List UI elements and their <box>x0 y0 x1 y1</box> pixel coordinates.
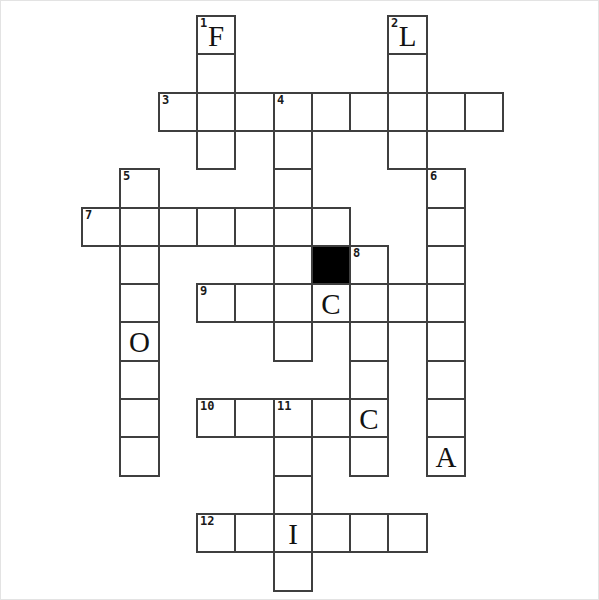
cell-r0c8[interactable]: 2L <box>387 15 428 55</box>
cell-r8c1[interactable]: O <box>119 321 160 362</box>
clue-number-9: 9 <box>200 285 207 299</box>
cell-r2c9[interactable] <box>426 92 466 132</box>
clue-number-3: 3 <box>162 94 169 108</box>
cell-r10c1[interactable] <box>119 398 160 438</box>
cell-r13c5[interactable]: I <box>273 513 313 553</box>
cell-r9c1[interactable] <box>119 360 160 400</box>
cell-r3c5[interactable] <box>273 130 313 170</box>
cell-r2c2[interactable]: 3 <box>158 92 198 132</box>
cell-r9c7[interactable] <box>349 360 389 400</box>
cell-r13c8[interactable] <box>387 513 428 553</box>
cell-r7c3[interactable]: 9 <box>196 283 236 323</box>
letter-r11c9: A <box>436 441 457 472</box>
cell-r3c3[interactable] <box>196 130 236 170</box>
cell-r10c7[interactable]: C <box>349 398 389 438</box>
cell-r6c7[interactable]: 8 <box>349 245 389 285</box>
cell-r13c3[interactable]: 12 <box>196 513 236 553</box>
letter-r7c6: C <box>321 288 340 319</box>
cell-r7c1[interactable] <box>119 283 160 323</box>
clue-number-12: 12 <box>200 515 214 529</box>
cell-r2c5[interactable]: 4 <box>273 92 313 132</box>
clue-number-8: 8 <box>353 247 360 261</box>
cell-r2c10[interactable] <box>464 92 504 132</box>
cell-r5c0[interactable]: 7 <box>81 207 121 247</box>
cell-r12c5[interactable] <box>273 475 313 515</box>
cell-r11c5[interactable] <box>273 436 313 477</box>
cell-r10c6[interactable] <box>311 398 351 438</box>
cell-r5c3[interactable] <box>196 207 236 247</box>
cell-r5c1[interactable] <box>119 207 160 247</box>
letter-r0c3: F <box>208 20 224 51</box>
cell-r8c9[interactable] <box>426 321 466 362</box>
cell-r7c4[interactable] <box>234 283 275 323</box>
cell-r1c8[interactable] <box>387 53 428 94</box>
cell-r7c8[interactable] <box>387 283 428 323</box>
cell-r10c9[interactable] <box>426 398 466 438</box>
cell-r11c7[interactable] <box>349 436 389 477</box>
cell-r7c9[interactable] <box>426 283 466 323</box>
cell-r10c5[interactable]: 11 <box>273 398 313 438</box>
letter-r0c8: L <box>399 20 417 51</box>
clue-number-10: 10 <box>200 400 214 414</box>
cell-r0c3[interactable]: 1F <box>196 15 236 55</box>
cell-r7c6[interactable]: C <box>311 283 351 323</box>
clue-number-7: 7 <box>85 209 92 223</box>
cell-r4c1[interactable]: 5 <box>119 168 160 209</box>
cell-r3c8[interactable] <box>387 130 428 170</box>
cell-r5c6[interactable] <box>311 207 351 247</box>
clue-number-1: 1 <box>200 17 207 31</box>
crossword-board: 1F2L3456789CO1011CA12I <box>1 1 598 599</box>
clue-number-4: 4 <box>277 94 284 108</box>
cell-r4c5[interactable] <box>273 168 313 209</box>
cell-r2c6[interactable] <box>311 92 351 132</box>
clue-number-2: 2 <box>391 17 398 31</box>
cell-r8c7[interactable] <box>349 321 389 362</box>
cell-r7c7[interactable] <box>349 283 389 323</box>
letter-r8c1: O <box>129 326 150 357</box>
cell-r2c3[interactable] <box>196 92 236 132</box>
cell-r10c4[interactable] <box>234 398 275 438</box>
cell-r14c5[interactable] <box>273 551 313 592</box>
cell-r5c2[interactable] <box>158 207 198 247</box>
cell-r10c3[interactable]: 10 <box>196 398 236 438</box>
cell-r6c5[interactable] <box>273 245 313 285</box>
cell-r13c4[interactable] <box>234 513 275 553</box>
cell-r13c6[interactable] <box>311 513 351 553</box>
crossword-page: 1F2L3456789CO1011CA12I <box>0 0 599 600</box>
cell-r5c4[interactable] <box>234 207 275 247</box>
clue-number-11: 11 <box>277 400 291 414</box>
cell-r13c7[interactable] <box>349 513 389 553</box>
cell-r9c9[interactable] <box>426 360 466 400</box>
cell-r1c3[interactable] <box>196 53 236 94</box>
cell-r8c5[interactable] <box>273 321 313 362</box>
letter-r10c7: C <box>359 403 378 434</box>
cell-r4c9[interactable]: 6 <box>426 168 466 209</box>
block-cell-r6c6 <box>311 245 351 285</box>
cell-r5c9[interactable] <box>426 207 466 247</box>
cell-r11c9[interactable]: A <box>426 436 466 477</box>
cell-r6c1[interactable] <box>119 245 160 285</box>
cell-r2c8[interactable] <box>387 92 428 132</box>
cell-r11c1[interactable] <box>119 436 160 477</box>
letter-r13c5: I <box>288 518 298 549</box>
cell-r7c5[interactable] <box>273 283 313 323</box>
cell-r2c7[interactable] <box>349 92 389 132</box>
clue-number-5: 5 <box>123 170 130 184</box>
clue-number-6: 6 <box>430 170 437 184</box>
cell-r5c5[interactable] <box>273 207 313 247</box>
cell-r6c9[interactable] <box>426 245 466 285</box>
cell-r2c4[interactable] <box>234 92 275 132</box>
